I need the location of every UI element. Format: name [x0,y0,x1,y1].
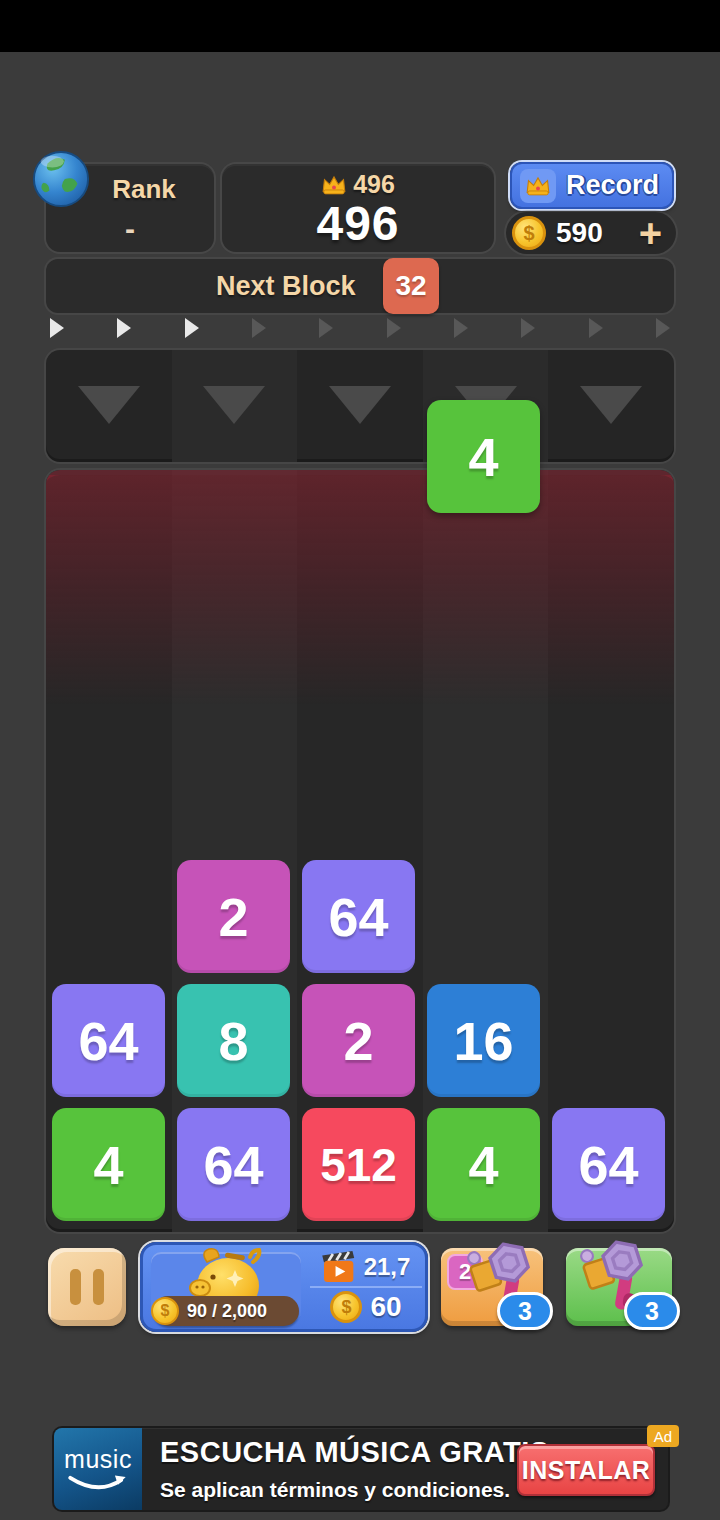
next-block-label: Next Block [216,271,356,302]
crown-icon [321,174,347,196]
pause-icon [70,1269,81,1305]
block-4: 4 [427,1108,540,1221]
piggy-tile: $ 90 / 2,000 [151,1252,301,1322]
block-512: 512 [302,1108,415,1221]
ad-terms: Se aplican términos y condiciones. [160,1478,530,1502]
record-crown-tile [520,169,556,203]
launcher-row[interactable] [46,350,674,462]
queue-arrow-icon [319,318,333,338]
block-8: 8 [177,984,290,1097]
queue-arrow-icon [589,318,603,338]
block-64: 64 [177,1108,290,1221]
crown-icon [525,175,551,197]
record-label: Record [566,170,659,201]
drop-arrow-icon [203,386,265,424]
best-score-value: 496 [353,170,395,199]
coin-reward-value: 60 [370,1291,401,1323]
ad-badge[interactable]: Ad [647,1425,679,1447]
launcher-column-3[interactable] [297,350,423,462]
launcher-column-2[interactable] [172,350,298,462]
pause-icon [93,1269,104,1305]
next-block-tile: 32 [383,258,439,314]
block-64: 64 [552,1108,665,1221]
queue-arrows [46,316,674,340]
block-64: 64 [52,984,165,1097]
coin-amount: 590 [556,217,639,249]
block-16: 16 [427,984,540,1097]
rank-value: - [46,212,214,246]
queue-arrow-icon [185,318,199,338]
drop-arrow-icon [329,386,391,424]
record-button[interactable]: Record [510,162,674,209]
queue-arrow-icon [656,318,670,338]
piggy-progress-pill: $ 90 / 2,000 [153,1296,299,1326]
music-logo-text: music [64,1445,132,1474]
video-count: 21,7 [364,1253,411,1281]
ad-banner[interactable]: music ESCUCHA MÚSICA GRATIS Se aplican t… [54,1428,668,1510]
queue-arrow-icon [454,318,468,338]
divider [310,1286,422,1288]
piggy-bank-panel[interactable]: $ 90 / 2,000 21,7 $ 60 [140,1242,428,1332]
queue-arrow-icon [117,318,131,338]
clapperboard-icon [322,1251,358,1283]
status-bar [0,0,720,52]
coin-icon: $ [512,216,546,250]
current-score: 496 [222,196,494,251]
queue-arrow-icon [387,318,401,338]
launcher-column-5[interactable] [548,350,674,462]
score-panel: 496 496 [222,164,494,252]
drop-arrow-icon [580,386,642,424]
next-block-bar: Next Block 32 [46,259,674,313]
globe-icon [32,150,90,208]
block-2: 2 [302,984,415,1097]
queue-arrow-icon [252,318,266,338]
danger-zone [46,470,674,705]
falling-block: 4 [427,400,540,513]
video-reward[interactable]: 21,7 $ 60 [309,1251,423,1327]
queue-arrow-icon [50,318,64,338]
block-4: 4 [52,1108,165,1221]
launcher-column-1[interactable] [46,350,172,462]
pause-button[interactable] [48,1248,126,1326]
block-2: 2 [177,860,290,973]
coin-balance[interactable]: $ 590 + [506,212,676,254]
booster-count-badge: 3 [624,1292,680,1330]
booster-hammer[interactable]: 3 [566,1248,672,1326]
coin-icon: $ [151,1297,179,1325]
queue-arrow-icon [521,318,535,338]
block-64: 64 [302,860,415,973]
amazon-smile-icon [65,1474,131,1494]
board[interactable]: 264648216464512464 [46,470,674,1232]
drop-arrow-icon [78,386,140,424]
booster-count-badge: 3 [497,1292,553,1330]
coin-icon: $ [330,1291,362,1323]
booster-small-block-hammer[interactable]: 2 3 [441,1248,543,1326]
ad-headline: ESCUCHA MÚSICA GRATIS [160,1436,530,1469]
piggy-progress-value: 90 / 2,000 [187,1301,267,1322]
amazon-music-logo: music [54,1428,142,1510]
install-button[interactable]: INSTALAR [517,1444,655,1496]
